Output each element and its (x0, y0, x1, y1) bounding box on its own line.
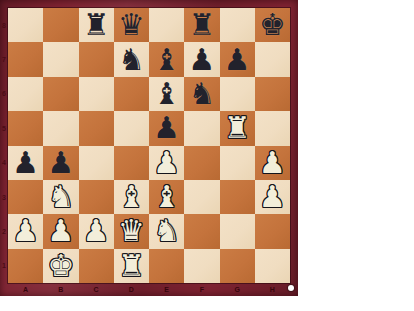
piece-white-pawn[interactable]: ♟ (12, 214, 39, 248)
piece-black-queen[interactable]: ♛ (118, 8, 145, 42)
square-e5[interactable]: ♟ (149, 111, 184, 145)
file-label-d: D (114, 283, 149, 296)
square-a1[interactable] (8, 249, 43, 283)
square-h7[interactable] (255, 42, 290, 76)
square-d8[interactable]: ♛ (114, 8, 149, 42)
square-d6[interactable] (114, 77, 149, 111)
file-label-e: E (149, 283, 184, 296)
piece-white-pawn[interactable]: ♟ (259, 146, 286, 180)
square-d4[interactable] (114, 146, 149, 180)
square-b1[interactable]: ♚ (43, 249, 78, 283)
square-b5[interactable] (43, 111, 78, 145)
piece-white-rook[interactable]: ♜ (224, 111, 251, 145)
square-f5[interactable] (184, 111, 219, 145)
square-e3[interactable]: ♝ (149, 180, 184, 214)
square-a6[interactable] (8, 77, 43, 111)
piece-white-pawn[interactable]: ♟ (47, 214, 74, 248)
file-label-f: F (184, 283, 219, 296)
square-f1[interactable] (184, 249, 219, 283)
square-b6[interactable] (43, 77, 78, 111)
square-g2[interactable] (220, 214, 255, 248)
square-d1[interactable]: ♜ (114, 249, 149, 283)
square-c7[interactable] (79, 42, 114, 76)
square-a8[interactable] (8, 8, 43, 42)
piece-white-knight[interactable]: ♞ (47, 180, 74, 214)
square-f7[interactable]: ♟ (184, 42, 219, 76)
piece-white-queen[interactable]: ♛ (118, 214, 145, 248)
piece-black-bishop[interactable]: ♝ (153, 77, 180, 111)
piece-black-rook[interactable]: ♜ (83, 8, 110, 42)
square-e4[interactable]: ♟ (149, 146, 184, 180)
rank-label-4: 4 (0, 146, 8, 180)
rank-label-7: 7 (0, 42, 8, 76)
square-g7[interactable]: ♟ (220, 42, 255, 76)
file-labels: ABCDEFGH (8, 283, 290, 296)
square-h4[interactable]: ♟ (255, 146, 290, 180)
square-e7[interactable]: ♝ (149, 42, 184, 76)
piece-black-pawn[interactable]: ♟ (224, 43, 251, 77)
square-h3[interactable]: ♟ (255, 180, 290, 214)
piece-white-pawn[interactable]: ♟ (259, 180, 286, 214)
piece-white-rook[interactable]: ♜ (118, 249, 145, 283)
rank-labels: 87654321 (0, 8, 8, 283)
square-c2[interactable]: ♟ (79, 214, 114, 248)
square-f8[interactable]: ♜ (184, 8, 219, 42)
square-c4[interactable] (79, 146, 114, 180)
square-e6[interactable]: ♝ (149, 77, 184, 111)
square-f6[interactable]: ♞ (184, 77, 219, 111)
piece-white-bishop[interactable]: ♝ (153, 180, 180, 214)
square-h8[interactable]: ♚ (255, 8, 290, 42)
square-a5[interactable] (8, 111, 43, 145)
square-c8[interactable]: ♜ (79, 8, 114, 42)
file-label-c: C (79, 283, 114, 296)
file-label-h: H (255, 283, 290, 296)
square-c3[interactable] (79, 180, 114, 214)
square-d7[interactable]: ♞ (114, 42, 149, 76)
square-g8[interactable] (220, 8, 255, 42)
square-h1[interactable] (255, 249, 290, 283)
rank-label-3: 3 (0, 180, 8, 214)
piece-black-knight[interactable]: ♞ (118, 43, 145, 77)
square-e8[interactable] (149, 8, 184, 42)
file-label-g: G (220, 283, 255, 296)
piece-white-knight[interactable]: ♞ (153, 214, 180, 248)
square-c5[interactable] (79, 111, 114, 145)
square-h6[interactable] (255, 77, 290, 111)
square-h2[interactable] (255, 214, 290, 248)
square-a3[interactable] (8, 180, 43, 214)
square-b8[interactable] (43, 8, 78, 42)
piece-black-pawn[interactable]: ♟ (153, 111, 180, 145)
piece-white-pawn[interactable]: ♟ (83, 214, 110, 248)
square-f3[interactable] (184, 180, 219, 214)
square-h5[interactable] (255, 111, 290, 145)
chess-board: 87654321 ♜♛♜♚♞♝♟♟♝♞♟♜♟♟♟♟♞♝♝♟♟♟♟♛♞♚♜ ABC… (0, 0, 298, 296)
square-b7[interactable] (43, 42, 78, 76)
square-f4[interactable] (184, 146, 219, 180)
piece-black-bishop[interactable]: ♝ (153, 43, 180, 77)
rank-label-8: 8 (0, 8, 8, 42)
piece-black-pawn[interactable]: ♟ (47, 146, 74, 180)
square-d2[interactable]: ♛ (114, 214, 149, 248)
piece-white-pawn[interactable]: ♟ (153, 146, 180, 180)
piece-black-pawn[interactable]: ♟ (188, 43, 215, 77)
rank-label-2: 2 (0, 214, 8, 248)
square-b2[interactable]: ♟ (43, 214, 78, 248)
square-c6[interactable] (79, 77, 114, 111)
file-label-b: B (43, 283, 78, 296)
square-g4[interactable] (220, 146, 255, 180)
rank-label-6: 6 (0, 77, 8, 111)
piece-white-king[interactable]: ♚ (47, 249, 74, 283)
square-e1[interactable] (149, 249, 184, 283)
square-g1[interactable] (220, 249, 255, 283)
square-a7[interactable] (8, 42, 43, 76)
square-g5[interactable]: ♜ (220, 111, 255, 145)
piece-black-king[interactable]: ♚ (259, 8, 286, 42)
page: 87654321 ♜♛♜♚♞♝♟♟♝♞♟♜♟♟♟♟♞♝♝♟♟♟♟♛♞♚♜ ABC… (0, 0, 414, 311)
side-to-move-indicator (288, 285, 294, 291)
square-c1[interactable] (79, 249, 114, 283)
square-b4[interactable]: ♟ (43, 146, 78, 180)
square-a4[interactable]: ♟ (8, 146, 43, 180)
square-d5[interactable] (114, 111, 149, 145)
rank-label-1: 1 (0, 249, 8, 283)
piece-white-bishop[interactable]: ♝ (118, 180, 145, 214)
square-g3[interactable] (220, 180, 255, 214)
piece-black-rook[interactable]: ♜ (188, 8, 215, 42)
file-label-a: A (8, 283, 43, 296)
square-b3[interactable]: ♞ (43, 180, 78, 214)
piece-black-knight[interactable]: ♞ (188, 77, 215, 111)
square-g6[interactable] (220, 77, 255, 111)
square-e2[interactable]: ♞ (149, 214, 184, 248)
rank-label-5: 5 (0, 111, 8, 145)
piece-black-pawn[interactable]: ♟ (12, 146, 39, 180)
board-grid: ♜♛♜♚♞♝♟♟♝♞♟♜♟♟♟♟♞♝♝♟♟♟♟♛♞♚♜ (8, 8, 290, 283)
square-d3[interactable]: ♝ (114, 180, 149, 214)
square-a2[interactable]: ♟ (8, 214, 43, 248)
square-f2[interactable] (184, 214, 219, 248)
